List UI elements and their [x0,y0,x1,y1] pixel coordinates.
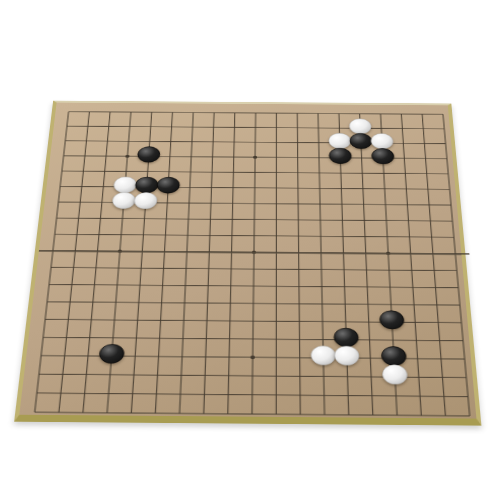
star-point [250,355,255,359]
grid-vline [180,113,194,414]
go-board [14,101,481,426]
black-stone [350,133,372,148]
white-stone [113,177,137,193]
black-stone [381,346,406,365]
black-stone [135,177,158,193]
black-stone [137,147,160,163]
black-stone [334,328,359,347]
board-grid-and-stones [18,103,486,429]
grid-vline [422,114,445,416]
white-stone [311,346,336,365]
black-stone [157,177,180,193]
white-stone [371,133,394,148]
white-stone [329,133,351,148]
star-point [125,155,129,158]
grid-vline [228,113,235,414]
grid-vline [204,113,214,414]
go-board-scene [14,101,481,426]
black-stone [99,344,125,363]
white-stone [112,192,136,208]
white-stone [382,365,408,384]
white-stone [349,119,371,134]
black-stone [329,148,351,164]
star-point [253,156,257,159]
black-stone [372,148,395,164]
white-stone [334,346,359,365]
grid-vline [83,112,110,413]
grid-vline [360,114,373,415]
grid-vline [443,114,470,416]
black-stone [379,311,404,329]
grid-vline [297,113,300,414]
white-stone [134,192,158,208]
product-photo-background [0,0,500,500]
grid-vline [318,113,324,414]
